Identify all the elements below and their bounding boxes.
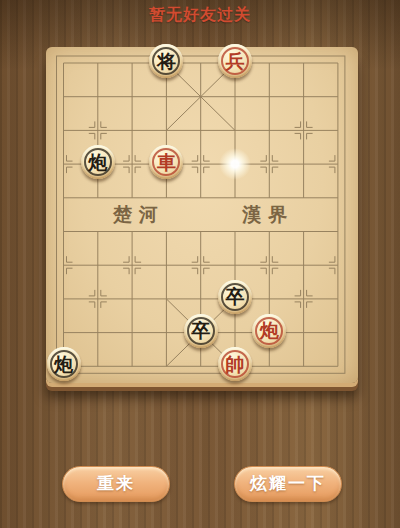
piece-character: 車: [157, 153, 176, 172]
piece-red-cannon[interactable]: 炮: [252, 314, 286, 348]
piece-character: 炮: [260, 321, 279, 340]
piece-character: 炮: [54, 355, 73, 374]
piece-black-cannon-b[interactable]: 炮: [47, 347, 81, 381]
river-label-left: 楚河: [113, 202, 165, 228]
restart-button[interactable]: 重来: [62, 466, 170, 502]
piece-red-soldier[interactable]: 兵: [218, 44, 252, 78]
piece-black-cannon-a[interactable]: 炮: [81, 145, 115, 179]
show-off-button[interactable]: 炫耀一下: [234, 466, 342, 502]
piece-character: 帥: [226, 355, 245, 374]
xiangqi-board[interactable]: 楚河 漢界 将兵炮車卒卒炮帥炮: [46, 47, 358, 383]
piece-character: 炮: [88, 153, 107, 172]
river-label-right: 漢界: [242, 202, 294, 228]
piece-character: 卒: [226, 287, 245, 306]
piece-character: 兵: [226, 52, 245, 71]
piece-black-soldier-b[interactable]: 卒: [184, 314, 218, 348]
piece-character: 卒: [191, 321, 210, 340]
page-title: 暂无好友过关: [0, 5, 400, 26]
piece-character: 将: [157, 52, 176, 71]
game-screen: 暂无好友过关 楚河 漢界 将兵炮車卒卒炮帥炮 重来 炫耀一下: [0, 0, 400, 528]
piece-black-soldier-a[interactable]: 卒: [218, 280, 252, 314]
